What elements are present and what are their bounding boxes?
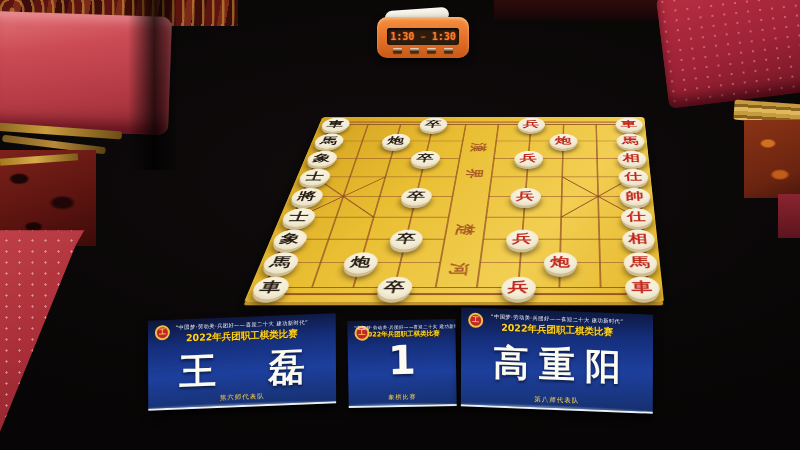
name-char: 高 [493,339,529,389]
piece-red-帥[interactable]: 帥 [619,188,651,206]
piece-red-兵[interactable]: 兵 [505,229,539,249]
carpet-right-low [778,194,800,238]
piece-red-相[interactable]: 相 [621,229,655,249]
piece-red-仕[interactable]: 仕 [620,208,653,227]
clock-separator: – [421,33,425,41]
river-label: 楚 [450,221,480,238]
event-label-center: 象棋比赛 [349,392,457,403]
river-label: 漢 [465,141,491,154]
speckled-carpet-bottom-left [0,224,172,436]
piece-red-馬[interactable]: 馬 [623,252,658,273]
clock-left-time: 1:30 [390,31,414,42]
piece-red-相[interactable]: 相 [617,151,647,167]
piece-red-車[interactable]: 車 [624,276,660,299]
name-char: 磊 [268,342,305,394]
river-label: 界 [461,167,488,181]
tournament-scene: 1:30 – 1:30 漢界楚河車卒兵車馬炮炮馬象卒兵相士仕將卒兵帥士仕象卒兵相… [0,0,800,450]
player-name-right: 高重阳 [461,337,653,393]
piece-red-兵[interactable]: 兵 [517,117,545,131]
name-char: 王 [179,346,216,398]
piece-red-兵[interactable]: 兵 [513,151,543,167]
team-label-right: 第八师代表队 [461,392,653,408]
ornate-carpet-right [744,120,800,198]
piece-red-兵[interactable]: 兵 [509,188,541,206]
clock-display: 1:30 – 1:30 [387,28,459,45]
piece-red-車[interactable]: 車 [615,117,643,131]
clock-right-time: 1:30 [432,31,456,42]
name-char: 阳 [585,342,621,392]
table-number-card: 工 “中国梦·劳动美·兵团好——喜迎二十大 建功新时代” 2022年兵团职工棋类… [347,319,457,408]
piece-red-馬[interactable]: 馬 [616,134,645,149]
name-char: 重 [539,340,575,390]
table-number: 1 [348,338,457,382]
dark-carpet-top [494,0,666,20]
piece-red-兵[interactable]: 兵 [500,276,536,299]
table-edge-shadow [128,0,176,170]
piece-red-仕[interactable]: 仕 [618,169,649,186]
piece-red-炮[interactable]: 炮 [543,252,577,273]
xiangqi-board[interactable]: 漢界楚河車卒兵車馬炮炮馬象卒兵相士仕將卒兵帥士仕象卒兵相馬炮炮馬車卒兵車 [244,117,664,302]
name-card-left: 工 “中国梦·劳动美·兵团好——喜迎二十大 建功新时代” 2022年兵团职工棋类… [148,313,336,411]
river-label: 河 [443,260,475,278]
board-perspective-wrapper: 漢界楚河車卒兵車馬炮炮馬象卒兵相士仕將卒兵帥士仕象卒兵相馬炮炮馬車卒兵車 [244,50,704,302]
piece-red-炮[interactable]: 炮 [549,134,577,149]
name-card-right: 工 “中国梦·劳动美·兵团好——喜迎二十大 建功新时代” 2022年兵团职工棋类… [461,307,653,413]
